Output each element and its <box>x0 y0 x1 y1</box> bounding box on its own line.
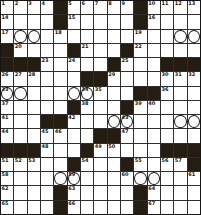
clue-number: 28 <box>28 72 35 78</box>
white-cell[interactable] <box>108 87 120 100</box>
white-cell[interactable] <box>108 15 120 28</box>
white-cell[interactable] <box>148 144 160 157</box>
clue-number: 29 <box>108 72 115 78</box>
clue-number: 34 <box>81 87 88 93</box>
white-cell[interactable] <box>81 30 93 43</box>
black-cell <box>161 58 173 71</box>
clue-number: 21 <box>81 44 88 50</box>
white-cell[interactable]: 44 <box>1 129 13 142</box>
white-cell[interactable] <box>54 87 66 100</box>
white-cell[interactable]: 13 <box>188 1 200 14</box>
clue-number: 31 <box>175 72 182 78</box>
black-cell <box>68 44 80 57</box>
white-cell[interactable] <box>174 15 186 28</box>
clue-number: 11 <box>161 1 168 7</box>
white-cell[interactable] <box>174 172 186 185</box>
white-cell[interactable]: 34 <box>81 87 93 100</box>
circle-marker <box>174 115 186 128</box>
clue-number: 27 <box>15 72 22 78</box>
white-cell[interactable] <box>68 144 80 157</box>
white-cell[interactable] <box>94 15 106 28</box>
clue-number: 14 <box>2 15 9 21</box>
white-cell[interactable] <box>14 201 26 214</box>
white-cell[interactable] <box>41 30 53 43</box>
circle-marker <box>81 87 93 100</box>
white-cell[interactable]: 22 <box>134 44 146 57</box>
white-cell[interactable] <box>28 186 40 199</box>
white-cell[interactable] <box>54 44 66 57</box>
white-cell[interactable] <box>108 115 120 128</box>
white-cell[interactable]: 40 <box>148 101 160 114</box>
white-cell[interactable] <box>94 30 106 43</box>
white-cell[interactable]: 25 <box>121 58 133 71</box>
white-cell[interactable] <box>81 201 93 214</box>
circle-marker <box>121 115 133 128</box>
white-cell[interactable] <box>108 172 120 185</box>
white-cell[interactable] <box>121 144 133 157</box>
clue-number: 66 <box>68 201 75 207</box>
white-cell[interactable]: 53 <box>28 158 40 171</box>
white-cell[interactable] <box>41 15 53 28</box>
white-cell[interactable] <box>188 186 200 199</box>
white-cell[interactable]: 10 <box>148 1 160 14</box>
white-cell[interactable]: 42 <box>68 115 80 128</box>
black-cell <box>134 15 146 28</box>
white-cell[interactable] <box>134 172 146 185</box>
white-cell[interactable] <box>188 30 200 43</box>
clue-number: 63 <box>68 186 75 192</box>
clue-number: 51 <box>2 158 9 164</box>
black-cell <box>68 158 80 171</box>
white-cell[interactable]: 63 <box>68 186 80 199</box>
white-cell[interactable] <box>81 129 93 142</box>
white-cell[interactable] <box>188 87 200 100</box>
white-cell[interactable]: 43 <box>121 115 133 128</box>
black-cell <box>54 115 66 128</box>
white-cell[interactable] <box>148 58 160 71</box>
white-cell[interactable] <box>108 201 120 214</box>
white-cell[interactable]: 36 <box>161 87 173 100</box>
white-cell[interactable] <box>81 15 93 28</box>
circle-marker <box>108 115 120 128</box>
white-cell[interactable] <box>54 144 66 157</box>
clue-number: 54 <box>81 158 88 164</box>
clue-number: 52 <box>15 158 22 164</box>
clue-number: 10 <box>148 1 155 7</box>
clue-number: 62 <box>2 186 9 192</box>
white-cell[interactable] <box>28 44 40 57</box>
circle-marker <box>1 87 13 100</box>
white-cell[interactable] <box>94 186 106 199</box>
white-cell[interactable] <box>174 129 186 142</box>
clue-number: 16 <box>148 15 155 21</box>
clue-number: 1 <box>2 1 5 7</box>
white-cell[interactable] <box>148 30 160 43</box>
white-cell[interactable] <box>148 129 160 142</box>
white-cell[interactable] <box>14 186 26 199</box>
white-cell[interactable]: 9 <box>121 1 133 14</box>
white-cell[interactable]: 61 <box>188 172 200 185</box>
white-cell[interactable] <box>54 58 66 71</box>
clue-number: 38 <box>81 101 88 107</box>
white-cell[interactable] <box>81 115 93 128</box>
black-cell <box>188 144 200 157</box>
white-cell[interactable] <box>121 186 133 199</box>
white-cell[interactable] <box>41 186 53 199</box>
black-cell <box>54 186 66 199</box>
white-cell[interactable] <box>148 44 160 57</box>
clue-number: 17 <box>2 30 9 36</box>
white-cell[interactable] <box>54 101 66 114</box>
white-cell[interactable]: 65 <box>1 201 13 214</box>
clue-number: 15 <box>68 15 75 21</box>
clue-number: 9 <box>121 1 124 7</box>
circle-marker <box>134 172 146 185</box>
clue-number: 22 <box>135 44 142 50</box>
clue-number: 40 <box>148 101 155 107</box>
clue-number: 30 <box>161 72 168 78</box>
white-cell[interactable]: 31 <box>174 72 186 85</box>
white-cell[interactable]: 30 <box>161 72 173 85</box>
white-cell[interactable] <box>94 44 106 57</box>
black-cell <box>134 1 146 14</box>
circle-marker <box>68 87 80 100</box>
clue-number: 41 <box>2 115 9 121</box>
black-cell <box>188 58 200 71</box>
white-cell[interactable]: 58 <box>1 172 13 185</box>
clue-number: 43 <box>121 115 128 121</box>
white-cell[interactable] <box>134 58 146 71</box>
black-cell <box>134 186 146 199</box>
white-cell[interactable]: 48 <box>41 144 53 157</box>
white-cell[interactable] <box>28 172 40 185</box>
white-cell[interactable]: 19 <box>134 30 146 43</box>
white-cell[interactable]: 7 <box>94 1 106 14</box>
white-cell[interactable] <box>94 58 106 71</box>
white-cell[interactable] <box>41 172 53 185</box>
white-cell[interactable] <box>28 201 40 214</box>
white-cell[interactable] <box>161 30 173 43</box>
white-cell[interactable]: 24 <box>68 58 80 71</box>
white-cell[interactable]: 54 <box>81 158 93 171</box>
white-cell[interactable]: 35 <box>94 87 106 100</box>
white-cell[interactable] <box>134 129 146 142</box>
clue-number: 45 <box>41 129 48 135</box>
black-cell <box>81 144 93 157</box>
black-cell <box>54 201 66 214</box>
white-cell[interactable]: 51 <box>1 158 13 171</box>
white-cell[interactable]: 29 <box>108 72 120 85</box>
white-cell[interactable]: 47 <box>121 129 133 142</box>
clue-number: 50 <box>108 144 115 150</box>
clue-number: 56 <box>161 158 168 164</box>
black-cell <box>14 58 26 71</box>
black-cell <box>188 158 200 171</box>
white-cell[interactable] <box>121 72 133 85</box>
white-cell[interactable] <box>188 44 200 57</box>
white-cell[interactable]: 45 <box>41 129 53 142</box>
clue-number: 3 <box>28 1 31 7</box>
circle-marker <box>148 172 160 185</box>
white-cell[interactable] <box>108 186 120 199</box>
clue-number: 39 <box>135 101 142 107</box>
clue-number: 46 <box>55 129 62 135</box>
white-cell[interactable]: 46 <box>54 129 66 142</box>
clue-number: 47 <box>121 129 128 135</box>
white-cell[interactable] <box>94 158 106 171</box>
white-cell[interactable] <box>134 144 146 157</box>
white-cell[interactable]: 55 <box>134 158 146 171</box>
clue-number: 12 <box>175 1 182 7</box>
white-cell[interactable]: 20 <box>14 44 26 57</box>
white-cell[interactable] <box>188 115 200 128</box>
black-cell <box>108 58 120 71</box>
white-cell[interactable] <box>148 72 160 85</box>
clue-number: 61 <box>188 172 195 178</box>
white-cell[interactable] <box>68 87 80 100</box>
white-cell[interactable]: 52 <box>14 158 26 171</box>
white-cell[interactable] <box>188 101 200 114</box>
white-cell[interactable] <box>121 30 133 43</box>
clue-number: 20 <box>15 44 22 50</box>
white-cell[interactable] <box>161 201 173 214</box>
white-cell[interactable] <box>188 201 200 214</box>
white-cell[interactable] <box>161 129 173 142</box>
black-cell <box>121 101 133 114</box>
white-cell[interactable] <box>148 115 160 128</box>
white-cell[interactable]: 8 <box>108 1 120 14</box>
clue-number: 65 <box>2 201 9 207</box>
black-cell <box>174 144 186 157</box>
white-cell[interactable] <box>108 101 120 114</box>
white-cell[interactable]: 59 <box>68 172 80 185</box>
white-cell[interactable] <box>121 87 133 100</box>
black-cell <box>14 144 26 157</box>
clue-number: 8 <box>108 1 111 7</box>
circle-marker <box>188 115 200 128</box>
clue-number: 36 <box>161 87 168 93</box>
black-cell <box>134 201 146 214</box>
black-cell <box>121 44 133 57</box>
white-cell[interactable] <box>134 72 146 85</box>
black-cell <box>1 44 13 57</box>
white-cell[interactable] <box>54 72 66 85</box>
white-cell[interactable] <box>41 44 53 57</box>
white-cell[interactable]: 14 <box>1 15 13 28</box>
white-cell[interactable] <box>14 129 26 142</box>
white-cell[interactable]: 49 <box>94 144 106 157</box>
white-cell[interactable]: 23 <box>41 58 53 71</box>
white-cell[interactable] <box>68 129 80 142</box>
white-cell[interactable] <box>28 87 40 100</box>
white-cell[interactable]: 27 <box>14 72 26 85</box>
white-cell[interactable]: 60 <box>121 172 133 185</box>
white-cell[interactable] <box>94 172 106 185</box>
white-cell[interactable] <box>174 101 186 114</box>
white-cell[interactable] <box>161 186 173 199</box>
white-cell[interactable]: 21 <box>81 44 93 57</box>
black-cell <box>28 144 40 157</box>
white-cell[interactable]: 64 <box>148 186 160 199</box>
white-cell[interactable]: 11 <box>161 1 173 14</box>
clue-number: 48 <box>41 144 48 150</box>
circle-marker <box>54 172 66 185</box>
white-cell[interactable] <box>94 101 106 114</box>
clue-number: 60 <box>121 172 128 178</box>
white-cell[interactable] <box>41 158 53 171</box>
white-cell[interactable]: 56 <box>161 158 173 171</box>
white-cell[interactable]: 32 <box>188 72 200 85</box>
white-cell[interactable]: 57 <box>174 158 186 171</box>
white-cell[interactable] <box>68 30 80 43</box>
white-cell[interactable] <box>14 15 26 28</box>
white-cell[interactable]: 16 <box>148 15 160 28</box>
black-cell <box>134 87 146 100</box>
clue-number: 49 <box>95 144 102 150</box>
white-cell[interactable] <box>81 58 93 71</box>
white-cell[interactable]: 17 <box>1 30 13 43</box>
black-cell <box>1 144 13 157</box>
white-cell[interactable]: 26 <box>1 72 13 85</box>
white-cell[interactable] <box>174 44 186 57</box>
clue-number: 6 <box>81 1 84 7</box>
white-cell[interactable] <box>161 101 173 114</box>
white-cell[interactable] <box>188 129 200 142</box>
circle-marker <box>28 30 40 43</box>
white-cell[interactable]: 39 <box>134 101 146 114</box>
black-cell <box>94 129 106 142</box>
white-cell[interactable]: 33 <box>1 87 13 100</box>
white-cell[interactable] <box>174 87 186 100</box>
white-cell[interactable] <box>28 101 40 114</box>
white-cell[interactable] <box>14 172 26 185</box>
clue-number: 18 <box>55 30 62 36</box>
clue-number: 35 <box>95 87 102 93</box>
white-cell[interactable] <box>148 172 160 185</box>
white-cell[interactable] <box>81 172 93 185</box>
circle-marker <box>14 30 26 43</box>
clue-number: 33 <box>2 87 9 93</box>
clue-number: 13 <box>188 1 195 7</box>
white-cell[interactable] <box>81 186 93 199</box>
white-cell[interactable] <box>174 115 186 128</box>
black-cell <box>81 72 93 85</box>
white-cell[interactable] <box>174 201 186 214</box>
clue-number: 23 <box>41 58 48 64</box>
clue-number: 67 <box>148 201 155 207</box>
white-cell[interactable] <box>161 172 173 185</box>
white-cell[interactable] <box>108 44 120 57</box>
white-cell[interactable] <box>94 115 106 128</box>
crossword-grid: 1234567891011121314151617181920212223242… <box>0 0 201 215</box>
white-cell[interactable]: 6 <box>81 1 93 14</box>
white-cell[interactable] <box>41 72 53 85</box>
white-cell[interactable] <box>41 87 53 100</box>
white-cell[interactable] <box>54 158 66 171</box>
white-cell[interactable] <box>121 15 133 28</box>
black-cell <box>161 144 173 157</box>
clue-number: 57 <box>175 158 182 164</box>
white-cell[interactable]: 15 <box>68 15 80 28</box>
clue-number: 44 <box>2 129 9 135</box>
white-cell[interactable]: 37 <box>1 101 13 114</box>
white-cell[interactable]: 18 <box>54 30 66 43</box>
white-cell[interactable] <box>28 115 40 128</box>
white-cell[interactable] <box>28 15 40 28</box>
white-cell[interactable] <box>161 115 173 128</box>
white-cell[interactable] <box>68 72 80 85</box>
white-cell[interactable]: 1 <box>1 1 13 14</box>
white-cell[interactable] <box>14 101 26 114</box>
white-cell[interactable] <box>121 201 133 214</box>
clue-number: 26 <box>2 72 9 78</box>
white-cell[interactable]: 28 <box>28 72 40 85</box>
white-cell[interactable]: 12 <box>174 1 186 14</box>
white-cell[interactable] <box>54 172 66 185</box>
white-cell[interactable] <box>28 129 40 142</box>
clue-number: 59 <box>68 172 75 178</box>
circle-marker <box>174 30 186 43</box>
white-cell[interactable] <box>28 30 40 43</box>
white-cell[interactable] <box>148 158 160 171</box>
white-cell[interactable]: 38 <box>81 101 93 114</box>
white-cell[interactable]: 4 <box>41 1 53 14</box>
black-cell <box>54 1 66 14</box>
white-cell[interactable]: 2 <box>14 1 26 14</box>
white-cell[interactable] <box>174 186 186 199</box>
white-cell[interactable]: 5 <box>68 1 80 14</box>
black-cell <box>68 101 80 114</box>
clue-number: 32 <box>188 72 195 78</box>
white-cell[interactable] <box>94 201 106 214</box>
white-cell[interactable]: 67 <box>148 201 160 214</box>
black-cell <box>121 158 133 171</box>
white-cell[interactable] <box>41 101 53 114</box>
white-cell[interactable] <box>14 30 26 43</box>
clue-number: 37 <box>2 101 9 107</box>
white-cell[interactable]: 66 <box>68 201 80 214</box>
white-cell[interactable]: 62 <box>1 186 13 199</box>
clue-number: 42 <box>68 115 75 121</box>
white-cell[interactable] <box>161 15 173 28</box>
black-cell <box>148 87 160 100</box>
white-cell[interactable]: 3 <box>28 1 40 14</box>
white-cell[interactable] <box>134 115 146 128</box>
clue-number: 24 <box>68 58 75 64</box>
clue-number: 53 <box>28 158 35 164</box>
white-cell[interactable] <box>174 30 186 43</box>
white-cell[interactable] <box>41 201 53 214</box>
clue-number: 58 <box>2 172 9 178</box>
black-cell <box>41 115 53 128</box>
white-cell[interactable]: 41 <box>1 115 13 128</box>
circle-marker <box>188 30 200 43</box>
black-cell <box>28 58 40 71</box>
circle-marker <box>14 87 26 100</box>
white-cell[interactable] <box>108 158 120 171</box>
white-cell[interactable] <box>161 44 173 57</box>
white-cell[interactable] <box>14 87 26 100</box>
black-cell <box>108 129 120 142</box>
clue-number: 5 <box>68 1 71 7</box>
white-cell[interactable]: 50 <box>108 144 120 157</box>
circle-marker <box>68 172 80 185</box>
white-cell[interactable] <box>108 30 120 43</box>
clue-number: 64 <box>148 186 155 192</box>
white-cell[interactable] <box>188 15 200 28</box>
white-cell[interactable] <box>14 115 26 128</box>
black-cell <box>54 15 66 28</box>
